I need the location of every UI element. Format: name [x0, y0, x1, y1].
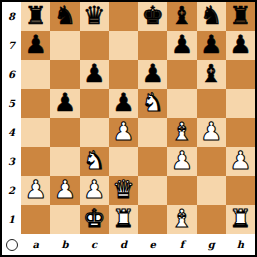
file-label-h: h: [226, 234, 255, 255]
square-e8[interactable]: ♚: [138, 2, 167, 31]
file-label-f: f: [167, 234, 196, 255]
square-b1[interactable]: [50, 205, 79, 234]
white-to-move-circle-icon: [6, 239, 18, 251]
square-c7[interactable]: [80, 31, 109, 60]
square-f1[interactable]: ♝: [167, 205, 196, 234]
square-c6[interactable]: ♟: [80, 60, 109, 89]
square-f8[interactable]: ♝: [167, 2, 196, 31]
square-b4[interactable]: [50, 118, 79, 147]
black-rook-h8: ♜: [229, 3, 251, 28]
square-a4[interactable]: [21, 118, 50, 147]
square-c4[interactable]: [80, 118, 109, 147]
rank-label-7: 7: [2, 31, 21, 60]
square-c3[interactable]: ♞: [80, 147, 109, 176]
square-g6[interactable]: ♝: [197, 60, 226, 89]
white-bishop-f1: ♝: [171, 206, 193, 231]
rank-label-6: 6: [2, 60, 21, 89]
square-g2[interactable]: [197, 176, 226, 205]
square-a1[interactable]: [21, 205, 50, 234]
square-b2[interactable]: ♟: [50, 176, 79, 205]
square-c1[interactable]: ♚: [80, 205, 109, 234]
black-pawn-b5: ♟: [54, 90, 76, 115]
white-knight-e5: ♞: [141, 90, 163, 115]
square-a5[interactable]: [21, 89, 50, 118]
square-d4[interactable]: ♟: [109, 118, 138, 147]
square-e3[interactable]: [138, 147, 167, 176]
square-d7[interactable]: [109, 31, 138, 60]
white-pawn-d4: ♟: [112, 119, 134, 144]
square-h3[interactable]: ♟: [226, 147, 255, 176]
square-f2[interactable]: [167, 176, 196, 205]
square-g1[interactable]: [197, 205, 226, 234]
file-label-d: d: [109, 234, 138, 255]
square-e6[interactable]: ♟: [138, 60, 167, 89]
square-g5[interactable]: [197, 89, 226, 118]
white-king-c1: ♚: [83, 206, 105, 231]
rank-label-1: 1: [2, 205, 21, 234]
black-pawn-c6: ♟: [83, 61, 105, 86]
square-h4[interactable]: [226, 118, 255, 147]
black-bishop-g6: ♝: [200, 61, 222, 86]
file-label-g: g: [197, 234, 226, 255]
square-a6[interactable]: [21, 60, 50, 89]
black-pawn-e6: ♟: [141, 61, 163, 86]
file-label-e: e: [138, 234, 167, 255]
white-pawn-g4: ♟: [200, 119, 222, 144]
rank-label-8: 8: [2, 2, 21, 31]
square-b5[interactable]: ♟: [50, 89, 79, 118]
square-f5[interactable]: [167, 89, 196, 118]
square-b7[interactable]: [50, 31, 79, 60]
square-e7[interactable]: [138, 31, 167, 60]
white-rook-d1: ♜: [112, 206, 134, 231]
black-rook-a8: ♜: [24, 3, 46, 28]
square-d2[interactable]: ♛: [109, 176, 138, 205]
square-b8[interactable]: ♞: [50, 2, 79, 31]
black-pawn-d5: ♟: [112, 90, 134, 115]
square-h5[interactable]: [226, 89, 255, 118]
square-g3[interactable]: [197, 147, 226, 176]
square-a3[interactable]: [21, 147, 50, 176]
square-a2[interactable]: ♟: [21, 176, 50, 205]
white-pawn-b2: ♟: [54, 177, 76, 202]
square-a8[interactable]: ♜: [21, 2, 50, 31]
white-bishop-f4: ♝: [171, 119, 193, 144]
black-queen-c8: ♛: [83, 3, 105, 28]
white-rook-h1: ♜: [229, 206, 251, 231]
square-b6[interactable]: [50, 60, 79, 89]
square-e2[interactable]: [138, 176, 167, 205]
square-e1[interactable]: [138, 205, 167, 234]
white-pawn-c2: ♟: [83, 177, 105, 202]
square-a7[interactable]: ♟: [21, 31, 50, 60]
square-e5[interactable]: ♞: [138, 89, 167, 118]
square-b3[interactable]: [50, 147, 79, 176]
square-c8[interactable]: ♛: [80, 2, 109, 31]
square-g7[interactable]: ♟: [197, 31, 226, 60]
white-queen-d2: ♛: [112, 177, 134, 202]
black-pawn-g7: ♟: [200, 32, 222, 57]
rank-label-2: 2: [2, 176, 21, 205]
black-pawn-a7: ♟: [24, 32, 46, 57]
square-f3[interactable]: ♟: [167, 147, 196, 176]
square-e4[interactable]: [138, 118, 167, 147]
square-d1[interactable]: ♜: [109, 205, 138, 234]
rank-label-5: 5: [2, 89, 21, 118]
square-f7[interactable]: ♟: [167, 31, 196, 60]
square-h1[interactable]: ♜: [226, 205, 255, 234]
file-label-b: b: [50, 234, 79, 255]
rank-label-3: 3: [2, 147, 21, 176]
square-f6[interactable]: [167, 60, 196, 89]
white-knight-c3: ♞: [83, 148, 105, 173]
square-d8[interactable]: [109, 2, 138, 31]
file-label-c: c: [80, 234, 109, 255]
chess-board-panel: 8♜♞♛♚♝♞♜7♟♟♟♟6♟♟♝5♟♟♞4♟♝♟3♞♟♟2♟♟♟♛1♚♜♝♜a…: [0, 0, 257, 257]
black-king-e8: ♚: [141, 3, 163, 28]
square-h7[interactable]: ♟: [226, 31, 255, 60]
square-d5[interactable]: ♟: [109, 89, 138, 118]
file-label-a: a: [21, 234, 50, 255]
square-h2[interactable]: [226, 176, 255, 205]
rank-label-4: 4: [2, 118, 21, 147]
square-d6[interactable]: [109, 60, 138, 89]
square-h8[interactable]: ♜: [226, 2, 255, 31]
square-g4[interactable]: ♟: [197, 118, 226, 147]
white-pawn-h3: ♟: [229, 148, 251, 173]
black-knight-g8: ♞: [200, 3, 222, 28]
square-h6[interactable]: [226, 60, 255, 89]
square-c5[interactable]: [80, 89, 109, 118]
square-f4[interactable]: ♝: [167, 118, 196, 147]
square-g8[interactable]: ♞: [197, 2, 226, 31]
black-knight-b8: ♞: [54, 3, 76, 28]
square-c2[interactable]: ♟: [80, 176, 109, 205]
white-pawn-f3: ♟: [171, 148, 193, 173]
to-move-indicator: [2, 234, 21, 255]
square-d3[interactable]: [109, 147, 138, 176]
black-pawn-h7: ♟: [229, 32, 251, 57]
white-pawn-a2: ♟: [24, 177, 46, 202]
black-bishop-f8: ♝: [171, 3, 193, 28]
black-pawn-f7: ♟: [171, 32, 193, 57]
